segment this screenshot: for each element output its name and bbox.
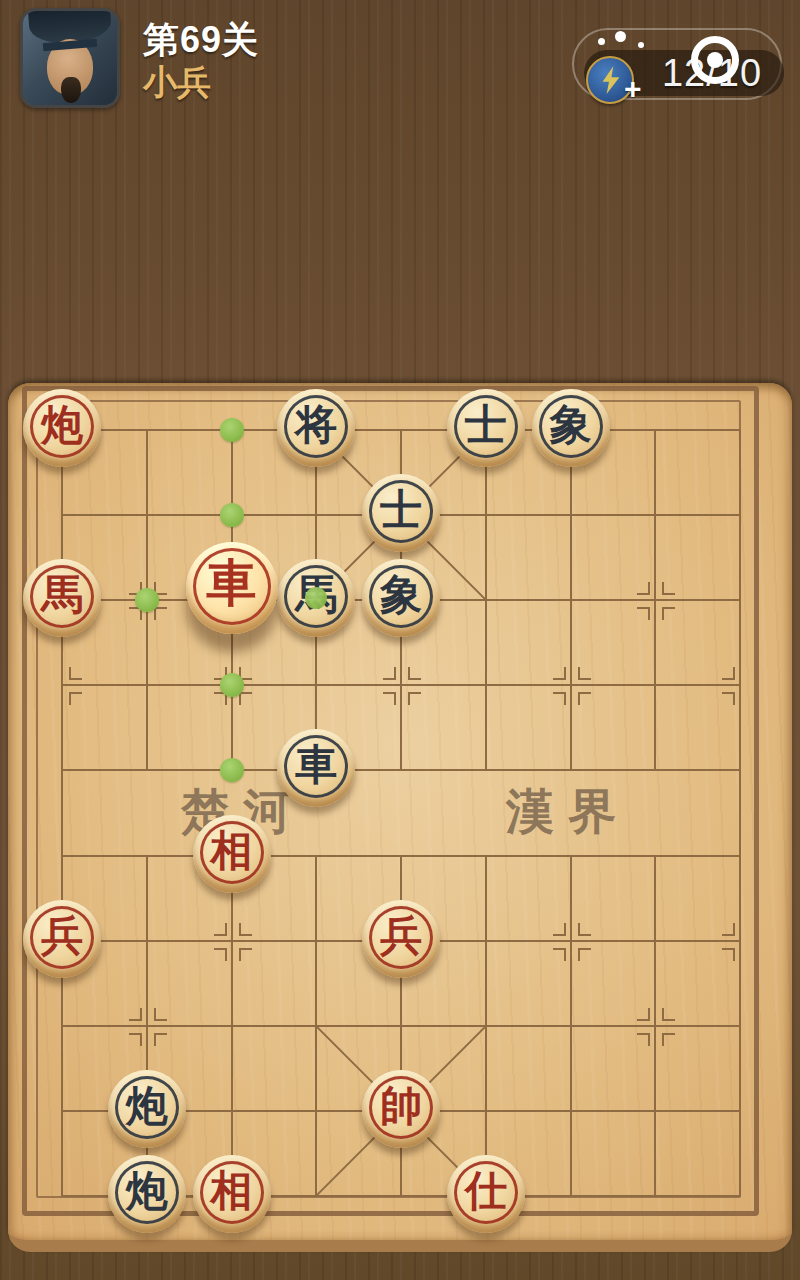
piece-black-elephant[interactable]: 象 bbox=[532, 389, 610, 467]
piece-black-cannon[interactable]: 炮 bbox=[108, 1155, 186, 1233]
piece-glyph: 車 bbox=[186, 551, 278, 618]
piece-red-elephant[interactable]: 相 bbox=[193, 815, 271, 893]
point-marker bbox=[129, 1008, 142, 1021]
level-title: 第69关 bbox=[143, 16, 259, 65]
grid-line-v bbox=[570, 856, 572, 1196]
piece-glyph: 帥 bbox=[362, 1078, 440, 1134]
move-hint-dot[interactable] bbox=[220, 418, 244, 442]
piece-red-chariot[interactable]: 車 bbox=[186, 542, 278, 634]
energy-add-plus[interactable]: + bbox=[624, 72, 642, 106]
piece-black-general[interactable]: 将 bbox=[277, 389, 355, 467]
header: 第69关 小兵 + 12/10 bbox=[0, 0, 800, 120]
grid-line-v bbox=[739, 430, 741, 1196]
point-marker bbox=[154, 1008, 167, 1021]
point-marker bbox=[637, 607, 650, 620]
rank-label: 小兵 bbox=[143, 60, 211, 106]
piece-glyph: 将 bbox=[277, 397, 355, 453]
point-marker bbox=[239, 923, 252, 936]
point-marker bbox=[578, 667, 591, 680]
piece-red-cannon[interactable]: 炮 bbox=[23, 389, 101, 467]
point-marker bbox=[553, 948, 566, 961]
point-marker bbox=[553, 667, 566, 680]
piece-red-elephant[interactable]: 相 bbox=[193, 1155, 271, 1233]
point-marker bbox=[408, 667, 421, 680]
piece-black-elephant[interactable]: 象 bbox=[362, 559, 440, 637]
point-marker bbox=[553, 923, 566, 936]
point-marker bbox=[662, 607, 675, 620]
grid-line-v bbox=[570, 430, 572, 770]
point-marker bbox=[637, 1008, 650, 1021]
point-marker bbox=[662, 1008, 675, 1021]
piece-glyph: 車 bbox=[277, 737, 355, 793]
piece-glyph: 象 bbox=[532, 397, 610, 453]
point-marker bbox=[553, 692, 566, 705]
point-marker bbox=[722, 667, 735, 680]
piece-red-general[interactable]: 帥 bbox=[362, 1070, 440, 1148]
piece-black-cannon[interactable]: 炮 bbox=[108, 1070, 186, 1148]
piece-black-advisor[interactable]: 士 bbox=[447, 389, 525, 467]
piece-glyph: 相 bbox=[193, 1163, 271, 1219]
piece-glyph: 馬 bbox=[23, 567, 101, 623]
piece-black-advisor[interactable]: 士 bbox=[362, 474, 440, 552]
target-center-dot bbox=[707, 52, 723, 68]
piece-glyph: 兵 bbox=[362, 907, 440, 963]
point-marker bbox=[239, 692, 252, 705]
point-marker bbox=[383, 692, 396, 705]
point-marker bbox=[578, 923, 591, 936]
point-marker bbox=[239, 948, 252, 961]
point-marker bbox=[154, 607, 167, 620]
piece-glyph: 炮 bbox=[108, 1078, 186, 1134]
point-marker bbox=[214, 923, 227, 936]
sparkle-dot bbox=[615, 31, 626, 42]
piece-glyph: 炮 bbox=[23, 397, 101, 453]
piece-glyph: 炮 bbox=[108, 1163, 186, 1219]
piece-red-soldier[interactable]: 兵 bbox=[23, 900, 101, 978]
point-marker bbox=[214, 948, 227, 961]
grid-line-v bbox=[231, 856, 233, 1196]
move-hint-dot[interactable] bbox=[135, 588, 159, 612]
piece-glyph: 士 bbox=[362, 482, 440, 538]
point-marker bbox=[722, 923, 735, 936]
river-label-right: 漢界 bbox=[506, 780, 630, 844]
sparkle-dot bbox=[598, 38, 605, 45]
avatar-beard bbox=[61, 77, 81, 103]
point-marker bbox=[662, 1033, 675, 1046]
point-marker bbox=[637, 1033, 650, 1046]
point-marker bbox=[578, 692, 591, 705]
piece-glyph: 象 bbox=[362, 567, 440, 623]
move-hint-dot[interactable] bbox=[220, 503, 244, 527]
sparkle-dot bbox=[638, 42, 644, 48]
target-icon[interactable] bbox=[691, 36, 739, 84]
grid-line-v bbox=[654, 430, 656, 770]
point-marker bbox=[383, 667, 396, 680]
point-marker bbox=[69, 692, 82, 705]
move-hint-dot[interactable] bbox=[220, 673, 244, 697]
move-hint-dot[interactable] bbox=[220, 758, 244, 782]
grid-line-v bbox=[654, 856, 656, 1196]
piece-red-soldier[interactable]: 兵 bbox=[362, 900, 440, 978]
grid-line-v bbox=[61, 430, 63, 1196]
player-avatar[interactable] bbox=[20, 8, 120, 108]
piece-glyph: 相 bbox=[193, 822, 271, 878]
point-marker bbox=[154, 1033, 167, 1046]
point-marker bbox=[69, 667, 82, 680]
point-marker bbox=[662, 582, 675, 595]
lightning-bolt-icon bbox=[601, 66, 621, 94]
point-marker bbox=[722, 948, 735, 961]
piece-glyph: 仕 bbox=[447, 1163, 525, 1219]
point-marker bbox=[408, 692, 421, 705]
point-marker bbox=[578, 948, 591, 961]
point-marker bbox=[637, 582, 650, 595]
piece-glyph: 士 bbox=[447, 397, 525, 453]
piece-glyph: 兵 bbox=[23, 907, 101, 963]
point-marker bbox=[722, 692, 735, 705]
piece-red-advisor[interactable]: 仕 bbox=[447, 1155, 525, 1233]
point-marker bbox=[129, 1033, 142, 1046]
piece-red-horse[interactable]: 馬 bbox=[23, 559, 101, 637]
